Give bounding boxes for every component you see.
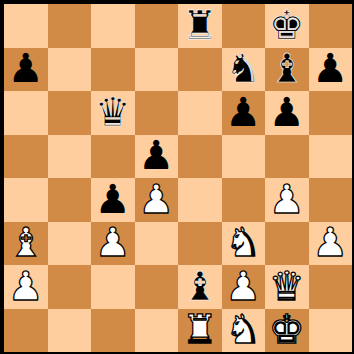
square-d3[interactable] <box>135 222 179 266</box>
square-d8[interactable] <box>135 4 179 48</box>
square-g2[interactable]: ♛ <box>265 265 309 309</box>
square-e8[interactable]: ♜ <box>178 4 222 48</box>
square-g5[interactable] <box>265 135 309 179</box>
piece-black-bishop[interactable]: ♝ <box>269 48 305 88</box>
piece-black-pawn[interactable]: ♟ <box>312 48 348 88</box>
square-g4[interactable]: ♟ <box>265 178 309 222</box>
piece-black-bishop[interactable]: ♝ <box>182 266 218 306</box>
square-d2[interactable] <box>135 265 179 309</box>
piece-white-queen[interactable]: ♛ <box>269 266 305 306</box>
square-a8[interactable] <box>4 4 48 48</box>
piece-black-king[interactable]: ♚ <box>269 5 305 45</box>
square-g3[interactable] <box>265 222 309 266</box>
piece-white-pawn[interactable]: ♟ <box>8 266 44 306</box>
piece-white-king[interactable]: ♚ <box>269 309 305 349</box>
square-f4[interactable] <box>222 178 266 222</box>
square-h2[interactable] <box>309 265 353 309</box>
square-e1[interactable]: ♜ <box>178 309 222 353</box>
square-a6[interactable] <box>4 91 48 135</box>
square-b6[interactable] <box>48 91 92 135</box>
piece-white-pawn[interactable]: ♟ <box>312 222 348 262</box>
square-h1[interactable] <box>309 309 353 353</box>
square-c3[interactable]: ♟ <box>91 222 135 266</box>
piece-white-pawn[interactable]: ♟ <box>269 179 305 219</box>
piece-white-pawn[interactable]: ♟ <box>138 179 174 219</box>
square-h4[interactable] <box>309 178 353 222</box>
piece-black-queen[interactable]: ♛ <box>95 92 131 132</box>
square-e5[interactable] <box>178 135 222 179</box>
square-d6[interactable] <box>135 91 179 135</box>
piece-black-pawn[interactable]: ♟ <box>95 179 131 219</box>
square-g8[interactable]: ♚ <box>265 4 309 48</box>
square-a4[interactable] <box>4 178 48 222</box>
square-b4[interactable] <box>48 178 92 222</box>
square-b8[interactable] <box>48 4 92 48</box>
square-e4[interactable] <box>178 178 222 222</box>
square-e3[interactable] <box>178 222 222 266</box>
square-h5[interactable] <box>309 135 353 179</box>
square-b2[interactable] <box>48 265 92 309</box>
piece-white-rook[interactable]: ♜ <box>182 309 218 349</box>
square-e6[interactable] <box>178 91 222 135</box>
square-a2[interactable]: ♟ <box>4 265 48 309</box>
piece-black-rook[interactable]: ♜ <box>182 5 218 45</box>
square-g7[interactable]: ♝ <box>265 48 309 92</box>
square-d5[interactable]: ♟ <box>135 135 179 179</box>
piece-white-pawn[interactable]: ♟ <box>95 222 131 262</box>
square-e7[interactable] <box>178 48 222 92</box>
square-f2[interactable]: ♟ <box>222 265 266 309</box>
square-c8[interactable] <box>91 4 135 48</box>
piece-white-knight[interactable]: ♞ <box>225 309 261 349</box>
square-f3[interactable]: ♞ <box>222 222 266 266</box>
square-b7[interactable] <box>48 48 92 92</box>
square-e2[interactable]: ♝ <box>178 265 222 309</box>
square-b3[interactable] <box>48 222 92 266</box>
piece-white-knight[interactable]: ♞ <box>225 222 261 262</box>
square-f6[interactable]: ♟ <box>222 91 266 135</box>
square-a1[interactable] <box>4 309 48 353</box>
square-c2[interactable] <box>91 265 135 309</box>
square-h6[interactable] <box>309 91 353 135</box>
square-c1[interactable] <box>91 309 135 353</box>
square-c7[interactable] <box>91 48 135 92</box>
square-f5[interactable] <box>222 135 266 179</box>
square-c4[interactable]: ♟ <box>91 178 135 222</box>
piece-white-bishop[interactable]: ♝ <box>8 222 44 262</box>
square-f8[interactable] <box>222 4 266 48</box>
square-f7[interactable]: ♞ <box>222 48 266 92</box>
square-b5[interactable] <box>48 135 92 179</box>
square-d4[interactable]: ♟ <box>135 178 179 222</box>
square-a3[interactable]: ♝ <box>4 222 48 266</box>
square-f1[interactable]: ♞ <box>222 309 266 353</box>
chess-board-frame: ♜♚♟♞♝♟♛♟♟♟♟♟♟♝♟♞♟♟♝♟♛♜♞♚ <box>0 0 354 354</box>
square-h7[interactable]: ♟ <box>309 48 353 92</box>
square-g6[interactable]: ♟ <box>265 91 309 135</box>
piece-white-pawn[interactable]: ♟ <box>225 266 261 306</box>
chess-board: ♜♚♟♞♝♟♛♟♟♟♟♟♟♝♟♞♟♟♝♟♛♜♞♚ <box>4 4 352 352</box>
square-h3[interactable]: ♟ <box>309 222 353 266</box>
square-c5[interactable] <box>91 135 135 179</box>
square-a5[interactable] <box>4 135 48 179</box>
square-g1[interactable]: ♚ <box>265 309 309 353</box>
square-a7[interactable]: ♟ <box>4 48 48 92</box>
piece-black-pawn[interactable]: ♟ <box>138 135 174 175</box>
piece-black-pawn[interactable]: ♟ <box>225 92 261 132</box>
square-b1[interactable] <box>48 309 92 353</box>
piece-black-pawn[interactable]: ♟ <box>269 92 305 132</box>
piece-black-pawn[interactable]: ♟ <box>8 48 44 88</box>
square-d1[interactable] <box>135 309 179 353</box>
square-d7[interactable] <box>135 48 179 92</box>
square-h8[interactable] <box>309 4 353 48</box>
piece-black-knight[interactable]: ♞ <box>225 48 261 88</box>
square-c6[interactable]: ♛ <box>91 91 135 135</box>
